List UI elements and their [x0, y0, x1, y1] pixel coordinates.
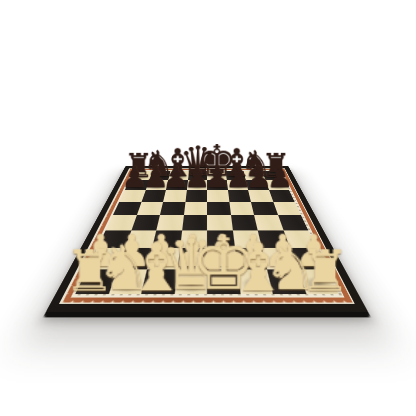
- piece-white-bishop-f1: ♝: [237, 269, 273, 294]
- square-d5: [183, 202, 207, 215]
- square-f5: [229, 202, 254, 215]
- dark-pawn-glyph: ♟: [257, 162, 302, 192]
- square-f6: [228, 190, 251, 202]
- board-pieces: ♜♞♝♛♚♝♞♜♟♟♟♟♟♟♟♟♟♟♟♟♟♟♟♟♜♞♝♛♚♝♞♜: [75, 171, 339, 294]
- piece-white-rook-h1: ♜: [297, 269, 339, 294]
- square-b5: [136, 202, 163, 215]
- square-c6: [163, 190, 186, 202]
- piece-dark-pawn-h7: ♟: [265, 180, 289, 190]
- square-e5: [207, 202, 231, 215]
- white-bishop-glyph: ♝: [221, 234, 295, 300]
- square-d6: [185, 190, 207, 202]
- chessboard: ♜♞♝♛♚♝♞♜♟♟♟♟♟♟♟♟♟♟♟♟♟♟♟♟♜♞♝♛♚♝♞♜: [46, 166, 368, 312]
- square-b6: [141, 190, 166, 202]
- white-rook-glyph: ♜: [288, 242, 361, 299]
- square-e6: [207, 190, 229, 202]
- product-photo-scene: ♜♞♝♛♚♝♞♜♟♟♟♟♟♟♟♟♟♟♟♟♟♟♟♟♜♞♝♛♚♝♞♜: [0, 0, 416, 416]
- square-c5: [160, 202, 185, 215]
